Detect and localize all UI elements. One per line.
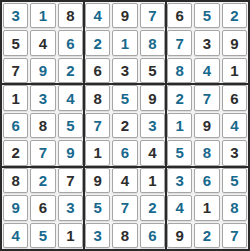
sudoku-cell-r5c5[interactable]: 2 [112,113,137,138]
sudoku-cell-r9c9[interactable]: 7 [222,223,247,248]
solved-digit: 4 [175,200,183,215]
sudoku-cell-r1c6[interactable]: 7 [140,3,165,28]
sudoku-cell-r2c6[interactable]: 8 [140,30,165,55]
sudoku-cell-r1c3[interactable]: 8 [58,3,83,28]
sudoku-cell-r7c9[interactable]: 5 [222,168,247,193]
solved-digit: 3 [93,228,101,243]
sudoku-cell-r4c1[interactable]: 1 [3,85,28,110]
solved-digit: 8 [230,200,238,215]
sudoku-cell-r6c9[interactable]: 3 [222,140,247,165]
solved-digit: 5 [39,228,47,243]
sudoku-cell-r8c9[interactable]: 8 [222,195,247,220]
given-digit: 6 [230,91,238,106]
box-divider-horizontal-1 [2,83,248,85]
sudoku-cell-r8c3[interactable]: 3 [58,195,83,220]
given-digit: 7 [66,173,74,188]
sudoku-cell-r5c2[interactable]: 8 [30,113,55,138]
sudoku-cell-r7c7[interactable]: 3 [167,168,192,193]
sudoku-cell-r3c1[interactable]: 7 [3,58,28,83]
sudoku-cell-r3c2[interactable]: 9 [30,58,55,83]
given-digit: 4 [148,145,156,160]
sudoku-cell-r2c3[interactable]: 6 [58,30,83,55]
given-digit: 8 [66,8,74,23]
given-digit: 3 [203,36,211,51]
sudoku-cell-r5c1[interactable]: 6 [3,113,28,138]
sudoku-cell-r8c8[interactable]: 1 [194,195,219,220]
sudoku-cell-r8c5[interactable]: 7 [112,195,137,220]
sudoku-cell-r9c1[interactable]: 4 [3,223,28,248]
sudoku-cell-r7c3[interactable]: 7 [58,168,83,193]
sudoku-cell-r6c6[interactable]: 4 [140,140,165,165]
solved-digit: 3 [39,91,47,106]
sudoku-cell-r1c7[interactable]: 6 [167,3,192,28]
sudoku-cell-r4c5[interactable]: 5 [112,85,137,110]
sudoku-cell-r8c6[interactable]: 2 [140,195,165,220]
sudoku-cell-r2c2[interactable]: 4 [30,30,55,55]
solved-digit: 8 [175,63,183,78]
given-digit: 6 [175,8,183,23]
solved-digit: 1 [175,118,183,133]
solved-digit: 6 [66,36,74,51]
given-digit: 2 [11,145,19,160]
sudoku-cell-r4c9[interactable]: 6 [222,85,247,110]
sudoku-cell-r1c8[interactable]: 5 [194,3,219,28]
sudoku-cell-r1c9[interactable]: 2 [222,3,247,28]
box-divider-vertical-1 [83,2,85,249]
solved-digit: 6 [148,228,156,243]
solved-digit: 7 [148,8,156,23]
solved-digit: 6 [203,173,211,188]
sudoku-cell-r1c2[interactable]: 1 [30,3,55,28]
solved-digit: 3 [11,8,19,23]
solved-digit: 9 [11,200,19,215]
solved-digit: 2 [203,228,211,243]
sudoku-cell-r4c6[interactable]: 9 [140,85,165,110]
solved-digit: 4 [230,118,238,133]
sudoku-board: 3184976525462187397926358411348592766857… [0,0,250,251]
given-digit: 2 [121,118,129,133]
solved-digit: 7 [230,228,238,243]
sudoku-cell-r9c3[interactable]: 1 [58,223,83,248]
sudoku-cell-r6c5[interactable]: 6 [112,140,137,165]
given-digit: 9 [203,118,211,133]
solved-digit: 5 [121,91,129,106]
given-digit: 3 [121,63,129,78]
sudoku-cell-r8c4[interactable]: 5 [85,195,110,220]
given-digit: 3 [230,145,238,160]
solved-digit: 5 [230,173,238,188]
solved-digit: 5 [93,200,101,215]
solved-digit: 6 [121,145,129,160]
sudoku-cell-r9c5[interactable]: 8 [112,223,137,248]
given-digit: 9 [175,228,183,243]
given-digit: 9 [148,91,156,106]
given-digit: 8 [121,228,129,243]
sudoku-cell-r6c1[interactable]: 2 [3,140,28,165]
sudoku-cell-r8c2[interactable]: 6 [30,195,55,220]
solved-digit: 3 [66,200,74,215]
solved-digit: 4 [93,8,101,23]
sudoku-cell-r1c4[interactable]: 4 [85,3,110,28]
solved-digit: 4 [203,63,211,78]
sudoku-cell-r9c7[interactable]: 9 [167,223,192,248]
sudoku-cell-r7c6[interactable]: 1 [140,168,165,193]
sudoku-cell-r9c4[interactable]: 3 [85,223,110,248]
given-digit: 1 [203,200,211,215]
given-digit: 1 [93,145,101,160]
sudoku-cell-r5c9[interactable]: 4 [222,113,247,138]
solved-digit: 7 [121,200,129,215]
box-divider-horizontal-2 [2,166,248,168]
sudoku-cell-r7c2[interactable]: 2 [30,168,55,193]
sudoku-cell-r3c6[interactable]: 5 [140,58,165,83]
sudoku-cell-r2c1[interactable]: 5 [3,30,28,55]
given-digit: 8 [11,173,19,188]
sudoku-cell-r6c3[interactable]: 9 [58,140,83,165]
sudoku-cell-r2c9[interactable]: 9 [222,30,247,55]
box-divider-vertical-2 [165,2,167,249]
sudoku-cell-r2c5[interactable]: 1 [112,30,137,55]
sudoku-cell-r2c7[interactable]: 7 [167,30,192,55]
given-digit: 4 [39,36,47,51]
sudoku-cell-r7c5[interactable]: 4 [112,168,137,193]
sudoku-cell-r3c8[interactable]: 4 [194,58,219,83]
sudoku-cell-r9c6[interactable]: 6 [140,223,165,248]
solved-digit: 6 [11,118,19,133]
sudoku-cell-r7c8[interactable]: 6 [194,168,219,193]
given-digit: 1 [11,91,19,106]
sudoku-cell-r3c9[interactable]: 1 [222,58,247,83]
solved-digit: 1 [39,8,47,23]
solved-digit: 3 [148,118,156,133]
sudoku-grid: 3184976525462187397926358411348592766857… [2,2,248,249]
sudoku-cell-r5c7[interactable]: 1 [167,113,192,138]
sudoku-cell-r7c4[interactable]: 9 [85,168,110,193]
solved-digit: 2 [148,200,156,215]
sudoku-cell-r1c5[interactable]: 9 [112,3,137,28]
given-digit: 1 [230,63,238,78]
solved-digit: 8 [203,145,211,160]
solved-digit: 3 [175,173,183,188]
sudoku-cell-r6c2[interactable]: 7 [30,140,55,165]
solved-digit: 1 [121,36,129,51]
sudoku-cell-r2c4[interactable]: 2 [85,30,110,55]
solved-digit: 9 [66,145,74,160]
solved-digit: 7 [39,145,47,160]
solved-digit: 7 [175,36,183,51]
sudoku-cell-r6c8[interactable]: 8 [194,140,219,165]
sudoku-cell-r5c8[interactable]: 9 [194,113,219,138]
sudoku-cell-r4c3[interactable]: 4 [58,85,83,110]
solved-digit: 2 [230,8,238,23]
given-digit: 5 [11,36,19,51]
sudoku-cell-r5c4[interactable]: 7 [85,113,110,138]
given-digit: 5 [148,63,156,78]
sudoku-cell-r6c4[interactable]: 1 [85,140,110,165]
given-digit: 1 [148,173,156,188]
sudoku-cell-r8c7[interactable]: 4 [167,195,192,220]
sudoku-cell-r4c8[interactable]: 7 [194,85,219,110]
given-digit: 6 [93,63,101,78]
solved-digit: 8 [148,36,156,51]
sudoku-cell-r5c3[interactable]: 5 [58,113,83,138]
given-digit: 7 [11,63,19,78]
solved-digit: 5 [66,118,74,133]
sudoku-cell-r4c2[interactable]: 3 [30,85,55,110]
sudoku-cell-r3c4[interactable]: 6 [85,58,110,83]
sudoku-cell-r3c5[interactable]: 3 [112,58,137,83]
solved-digit: 2 [175,91,183,106]
given-digit: 1 [66,228,74,243]
given-digit: 9 [121,8,129,23]
solved-digit: 7 [93,118,101,133]
solved-digit: 2 [39,173,47,188]
given-digit: 4 [121,173,129,188]
sudoku-cell-r5c6[interactable]: 3 [140,113,165,138]
sudoku-cell-r2c8[interactable]: 3 [194,30,219,55]
sudoku-cell-r4c4[interactable]: 8 [85,85,110,110]
sudoku-cell-r3c3[interactable]: 2 [58,58,83,83]
sudoku-cell-r4c7[interactable]: 2 [167,85,192,110]
sudoku-cell-r6c7[interactable]: 5 [167,140,192,165]
solved-digit: 2 [93,36,101,51]
sudoku-cell-r7c1[interactable]: 8 [3,168,28,193]
given-digit: 6 [39,200,47,215]
solved-digit: 7 [203,91,211,106]
sudoku-cell-r9c2[interactable]: 5 [30,223,55,248]
given-digit: 9 [93,173,101,188]
solved-digit: 9 [39,63,47,78]
solved-digit: 4 [66,91,74,106]
solved-digit: 5 [175,145,183,160]
solved-digit: 2 [66,63,74,78]
sudoku-cell-r1c1[interactable]: 3 [3,3,28,28]
sudoku-cell-r9c8[interactable]: 2 [194,223,219,248]
sudoku-cell-r3c7[interactable]: 8 [167,58,192,83]
given-digit: 8 [93,91,101,106]
solved-digit: 5 [203,8,211,23]
solved-digit: 4 [11,228,19,243]
given-digit: 8 [39,118,47,133]
sudoku-cell-r8c1[interactable]: 9 [3,195,28,220]
given-digit: 9 [230,36,238,51]
